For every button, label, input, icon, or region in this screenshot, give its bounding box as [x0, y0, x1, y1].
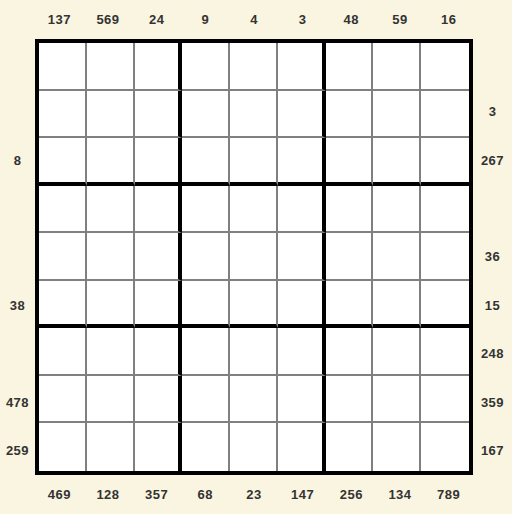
- cell-r5c4[interactable]: [182, 233, 230, 281]
- cell-r1c4[interactable]: [182, 43, 230, 91]
- cell-r2c6[interactable]: [278, 91, 326, 139]
- top-clue-8: 59: [376, 0, 425, 39]
- bottom-clues: 4691283576823147256134789: [35, 475, 473, 514]
- cell-r5c7[interactable]: [326, 233, 374, 281]
- cell-r4c9[interactable]: [421, 186, 469, 234]
- cell-r3c9[interactable]: [421, 138, 469, 186]
- cell-r8c6[interactable]: [278, 376, 326, 424]
- left-clue-5: [0, 233, 35, 281]
- top-clue-3: 24: [132, 0, 181, 39]
- cell-r4c7[interactable]: [326, 186, 374, 234]
- cell-r2c7[interactable]: [326, 91, 374, 139]
- cell-r6c3[interactable]: [135, 281, 183, 329]
- cell-r9c6[interactable]: [278, 423, 326, 471]
- cell-r4c3[interactable]: [135, 186, 183, 234]
- cell-r7c6[interactable]: [278, 328, 326, 376]
- cell-r5c9[interactable]: [421, 233, 469, 281]
- cell-r9c9[interactable]: [421, 423, 469, 471]
- bottom-clue-9: 789: [424, 475, 473, 514]
- cell-r1c5[interactable]: [230, 43, 278, 91]
- cell-r2c1[interactable]: [39, 91, 87, 139]
- top-clues: 13756924943485916: [35, 0, 473, 39]
- cell-r7c5[interactable]: [230, 328, 278, 376]
- cell-r3c7[interactable]: [326, 138, 374, 186]
- bottom-clue-7: 256: [327, 475, 376, 514]
- cell-r9c7[interactable]: [326, 423, 374, 471]
- bottom-clue-4: 68: [181, 475, 230, 514]
- bottom-clue-1: 469: [35, 475, 84, 514]
- cell-r4c8[interactable]: [373, 186, 421, 234]
- right-clue-7: 248: [473, 330, 512, 378]
- cell-r5c5[interactable]: [230, 233, 278, 281]
- cell-r3c6[interactable]: [278, 138, 326, 186]
- sudoku-board: [35, 39, 473, 475]
- cell-r9c1[interactable]: [39, 423, 87, 471]
- cell-r6c2[interactable]: [87, 281, 135, 329]
- cell-r8c5[interactable]: [230, 376, 278, 424]
- right-clue-1: [473, 39, 512, 87]
- cell-r4c4[interactable]: [182, 186, 230, 234]
- cell-r9c8[interactable]: [373, 423, 421, 471]
- top-clue-1: 137: [35, 0, 84, 39]
- cell-r8c2[interactable]: [87, 376, 135, 424]
- left-clue-1: [0, 39, 35, 87]
- left-clue-7: [0, 330, 35, 378]
- cell-r7c8[interactable]: [373, 328, 421, 376]
- right-clue-4: [473, 184, 512, 232]
- bottom-clue-3: 357: [132, 475, 181, 514]
- cell-r4c5[interactable]: [230, 186, 278, 234]
- right-clue-6: 15: [473, 281, 512, 329]
- left-clue-9: 259: [0, 427, 35, 475]
- right-clue-5: 36: [473, 233, 512, 281]
- cell-r2c8[interactable]: [373, 91, 421, 139]
- bottom-clue-5: 23: [230, 475, 279, 514]
- right-clues: 32673615248359167: [473, 39, 512, 475]
- bottom-clue-2: 128: [84, 475, 133, 514]
- cell-r3c4[interactable]: [182, 138, 230, 186]
- top-clue-5: 4: [230, 0, 279, 39]
- cell-r9c3[interactable]: [135, 423, 183, 471]
- right-clue-2: 3: [473, 87, 512, 135]
- right-clue-3: 267: [473, 136, 512, 184]
- cell-r9c5[interactable]: [230, 423, 278, 471]
- right-clue-9: 167: [473, 427, 512, 475]
- right-clue-8: 359: [473, 378, 512, 426]
- cell-r8c3[interactable]: [135, 376, 183, 424]
- cell-r1c7[interactable]: [326, 43, 374, 91]
- cell-r3c8[interactable]: [373, 138, 421, 186]
- top-clue-9: 16: [424, 0, 473, 39]
- left-clue-3: 8: [0, 136, 35, 184]
- cell-r8c4[interactable]: [182, 376, 230, 424]
- cell-r6c1[interactable]: [39, 281, 87, 329]
- cell-r1c8[interactable]: [373, 43, 421, 91]
- cell-r6c7[interactable]: [326, 281, 374, 329]
- top-clue-4: 9: [181, 0, 230, 39]
- left-clue-4: [0, 184, 35, 232]
- cell-r3c2[interactable]: [87, 138, 135, 186]
- cell-r7c2[interactable]: [87, 328, 135, 376]
- cell-r4c2[interactable]: [87, 186, 135, 234]
- left-clue-8: 478: [0, 378, 35, 426]
- cell-r6c4[interactable]: [182, 281, 230, 329]
- cell-r3c1[interactable]: [39, 138, 87, 186]
- cell-r2c4[interactable]: [182, 91, 230, 139]
- cell-r9c4[interactable]: [182, 423, 230, 471]
- cell-r6c8[interactable]: [373, 281, 421, 329]
- outside-sudoku-puzzle: 13756924943485916 838478259 326736152483…: [0, 0, 512, 514]
- cell-r1c9[interactable]: [421, 43, 469, 91]
- cell-r4c6[interactable]: [278, 186, 326, 234]
- cell-r7c9[interactable]: [421, 328, 469, 376]
- cell-r6c9[interactable]: [421, 281, 469, 329]
- cell-r3c5[interactable]: [230, 138, 278, 186]
- cell-r2c9[interactable]: [421, 91, 469, 139]
- top-clue-7: 48: [327, 0, 376, 39]
- cell-r2c5[interactable]: [230, 91, 278, 139]
- cell-r5c6[interactable]: [278, 233, 326, 281]
- cell-r1c1[interactable]: [39, 43, 87, 91]
- cell-r5c2[interactable]: [87, 233, 135, 281]
- bottom-clue-8: 134: [376, 475, 425, 514]
- cell-r6c6[interactable]: [278, 281, 326, 329]
- cell-r5c3[interactable]: [135, 233, 183, 281]
- cell-r8c9[interactable]: [421, 376, 469, 424]
- left-clues: 838478259: [0, 39, 35, 475]
- cell-r7c4[interactable]: [182, 328, 230, 376]
- left-clue-2: [0, 87, 35, 135]
- cell-r7c1[interactable]: [39, 328, 87, 376]
- top-clue-2: 569: [84, 0, 133, 39]
- bottom-clue-6: 147: [278, 475, 327, 514]
- cell-r5c1[interactable]: [39, 233, 87, 281]
- cell-r8c7[interactable]: [326, 376, 374, 424]
- cell-r8c8[interactable]: [373, 376, 421, 424]
- left-clue-6: 38: [0, 281, 35, 329]
- cell-r8c1[interactable]: [39, 376, 87, 424]
- top-clue-6: 3: [278, 0, 327, 39]
- cell-r4c1[interactable]: [39, 186, 87, 234]
- cell-r2c2[interactable]: [87, 91, 135, 139]
- cell-r3c3[interactable]: [135, 138, 183, 186]
- cell-r6c5[interactable]: [230, 281, 278, 329]
- cell-r1c2[interactable]: [87, 43, 135, 91]
- cell-r1c6[interactable]: [278, 43, 326, 91]
- cell-r9c2[interactable]: [87, 423, 135, 471]
- cell-r7c7[interactable]: [326, 328, 374, 376]
- cell-r5c8[interactable]: [373, 233, 421, 281]
- cell-r7c3[interactable]: [135, 328, 183, 376]
- cell-r1c3[interactable]: [135, 43, 183, 91]
- cell-r2c3[interactable]: [135, 91, 183, 139]
